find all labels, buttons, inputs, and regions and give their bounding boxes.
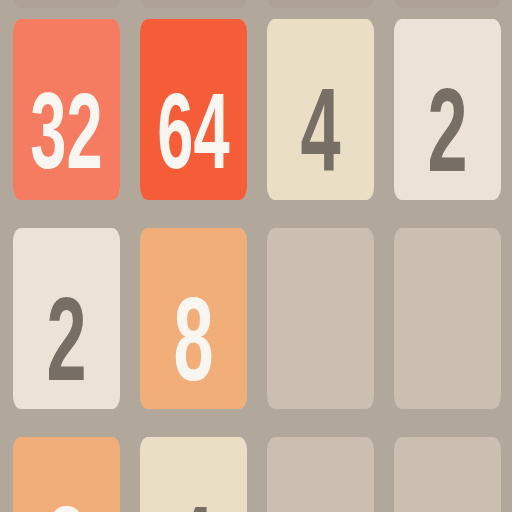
empty-cell — [267, 437, 374, 512]
game-board[interactable]: 3264422884 — [0, 0, 512, 512]
tile-4: 4 — [140, 437, 247, 512]
empty-cell — [394, 437, 501, 512]
tile-number: 2 — [394, 0, 501, 281]
tile-number: 8 — [13, 398, 120, 512]
tile-2: 2 — [13, 228, 120, 409]
tile-number: 4 — [140, 398, 247, 512]
tile-8: 8 — [140, 228, 247, 409]
tile-8: 8 — [13, 437, 120, 512]
tile-64: 64 — [140, 19, 247, 200]
tile-32: 32 — [13, 19, 120, 200]
game-screen: 3264422884 — [0, 0, 512, 512]
tile-number: 4 — [267, 0, 374, 281]
tile-4: 4 — [267, 19, 374, 200]
tile-2: 2 — [394, 19, 501, 200]
